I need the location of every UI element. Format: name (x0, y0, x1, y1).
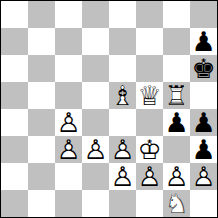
square-f3: ♚♔ (136, 136, 163, 163)
white-queen: ♛♕ (136, 82, 163, 109)
square-a1 (1, 190, 28, 217)
square-h3: ♟ (190, 136, 217, 163)
square-e8 (109, 1, 136, 28)
square-a7 (1, 28, 28, 55)
square-c1 (55, 190, 82, 217)
square-e3: ♟♙ (109, 136, 136, 163)
white-rook: ♜♖ (163, 82, 190, 109)
square-f7 (136, 28, 163, 55)
square-d5 (82, 82, 109, 109)
white-bishop: ♝♗ (109, 82, 136, 109)
white-pawn: ♟♙ (55, 109, 82, 136)
square-h6: ♚ (190, 55, 217, 82)
square-d3: ♟♙ (82, 136, 109, 163)
square-e1 (109, 190, 136, 217)
white-pawn: ♟♙ (109, 163, 136, 190)
square-d2 (82, 163, 109, 190)
chess-board-border: ♟♚♝♗♛♕♜♖♟♙♟♟♟♙♟♙♟♙♚♔♟♟♙♟♙♟♙♟♙♞♘ (0, 0, 218, 218)
square-d1 (82, 190, 109, 217)
square-g1: ♞♘ (163, 190, 190, 217)
white-pawn: ♟♙ (136, 163, 163, 190)
black-king: ♚ (190, 55, 217, 82)
square-e6 (109, 55, 136, 82)
square-c6 (55, 55, 82, 82)
square-c5 (55, 82, 82, 109)
square-a4 (1, 109, 28, 136)
black-pawn: ♟ (190, 28, 217, 55)
square-f6 (136, 55, 163, 82)
square-e2: ♟♙ (109, 163, 136, 190)
square-g2: ♟♙ (163, 163, 190, 190)
square-c8 (55, 1, 82, 28)
square-b1 (28, 190, 55, 217)
white-pawn: ♟♙ (109, 136, 136, 163)
square-d6 (82, 55, 109, 82)
square-h1 (190, 190, 217, 217)
square-b4 (28, 109, 55, 136)
square-b8 (28, 1, 55, 28)
square-e4 (109, 109, 136, 136)
white-knight: ♞♘ (163, 190, 190, 217)
square-c2 (55, 163, 82, 190)
black-pawn: ♟ (163, 109, 190, 136)
square-a8 (1, 1, 28, 28)
square-c7 (55, 28, 82, 55)
square-g3 (163, 136, 190, 163)
square-a6 (1, 55, 28, 82)
square-g7 (163, 28, 190, 55)
square-h4: ♟ (190, 109, 217, 136)
square-c4: ♟♙ (55, 109, 82, 136)
square-a2 (1, 163, 28, 190)
square-d8 (82, 1, 109, 28)
square-f1 (136, 190, 163, 217)
square-b3 (28, 136, 55, 163)
square-b5 (28, 82, 55, 109)
square-e7 (109, 28, 136, 55)
white-pawn: ♟♙ (55, 136, 82, 163)
black-pawn: ♟ (190, 109, 217, 136)
white-king: ♚♔ (136, 136, 163, 163)
white-pawn: ♟♙ (82, 136, 109, 163)
square-f4 (136, 109, 163, 136)
square-e5: ♝♗ (109, 82, 136, 109)
square-h7: ♟ (190, 28, 217, 55)
square-f5: ♛♕ (136, 82, 163, 109)
square-h2: ♟♙ (190, 163, 217, 190)
square-b7 (28, 28, 55, 55)
square-f2: ♟♙ (136, 163, 163, 190)
square-a5 (1, 82, 28, 109)
square-b6 (28, 55, 55, 82)
square-g6 (163, 55, 190, 82)
square-b2 (28, 163, 55, 190)
square-g4: ♟ (163, 109, 190, 136)
square-h8 (190, 1, 217, 28)
white-pawn: ♟♙ (163, 163, 190, 190)
square-h5 (190, 82, 217, 109)
square-d4 (82, 109, 109, 136)
square-c3: ♟♙ (55, 136, 82, 163)
chess-board: ♟♚♝♗♛♕♜♖♟♙♟♟♟♙♟♙♟♙♚♔♟♟♙♟♙♟♙♟♙♞♘ (1, 1, 217, 217)
square-a3 (1, 136, 28, 163)
square-g8 (163, 1, 190, 28)
square-d7 (82, 28, 109, 55)
black-pawn: ♟ (190, 136, 217, 163)
white-pawn: ♟♙ (190, 163, 217, 190)
square-f8 (136, 1, 163, 28)
square-g5: ♜♖ (163, 82, 190, 109)
